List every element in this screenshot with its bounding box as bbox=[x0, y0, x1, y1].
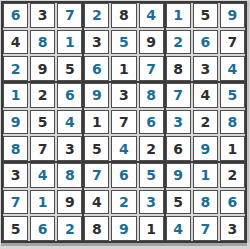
sudoku-cell-r8c8[interactable]: 8 bbox=[193, 190, 218, 215]
sudoku-cell-r9c9[interactable]: 3 bbox=[220, 216, 245, 241]
sudoku-cell-r8c2[interactable]: 1 bbox=[30, 190, 55, 215]
sudoku-box: 126954873 bbox=[3, 83, 82, 161]
sudoku-cell-r3c7[interactable]: 8 bbox=[166, 56, 191, 81]
sudoku-cell-r9c3[interactable]: 2 bbox=[57, 216, 82, 241]
sudoku-cell-r2c8[interactable]: 6 bbox=[193, 30, 218, 55]
sudoku-cell-r2c4[interactable]: 3 bbox=[84, 30, 109, 55]
sudoku-cell-r7c2[interactable]: 4 bbox=[30, 163, 55, 188]
sudoku-box: 637481295 bbox=[3, 3, 82, 81]
sudoku-cell-r7c9[interactable]: 2 bbox=[220, 163, 245, 188]
sudoku-cell-r8c6[interactable]: 3 bbox=[139, 190, 164, 215]
sudoku-cell-r3c9[interactable]: 4 bbox=[220, 56, 245, 81]
sudoku-cell-r7c6[interactable]: 5 bbox=[139, 163, 164, 188]
sudoku-cell-r9c4[interactable]: 8 bbox=[84, 216, 109, 241]
sudoku-cell-r7c3[interactable]: 8 bbox=[57, 163, 82, 188]
sudoku-cell-r3c8[interactable]: 3 bbox=[193, 56, 218, 81]
sudoku-cell-r9c2[interactable]: 6 bbox=[30, 216, 55, 241]
sudoku-cell-r6c8[interactable]: 9 bbox=[193, 136, 218, 161]
sudoku-box: 765423891 bbox=[84, 163, 163, 241]
sudoku-cell-r3c2[interactable]: 9 bbox=[30, 56, 55, 81]
sudoku-cell-r8c1[interactable]: 7 bbox=[3, 190, 28, 215]
sudoku-cell-r3c3[interactable]: 5 bbox=[57, 56, 82, 81]
sudoku-cell-r6c7[interactable]: 6 bbox=[166, 136, 191, 161]
sudoku-cell-r1c3[interactable]: 7 bbox=[57, 3, 82, 28]
sudoku-cell-r2c3[interactable]: 1 bbox=[57, 30, 82, 55]
sudoku-cell-r6c5[interactable]: 4 bbox=[111, 136, 136, 161]
sudoku-cell-r1c4[interactable]: 2 bbox=[84, 3, 109, 28]
sudoku-cell-r2c6[interactable]: 9 bbox=[139, 30, 164, 55]
sudoku-box: 938176542 bbox=[84, 83, 163, 161]
sudoku-cell-r8c7[interactable]: 5 bbox=[166, 190, 191, 215]
sudoku-cell-r2c5[interactable]: 5 bbox=[111, 30, 136, 55]
sudoku-cell-r8c3[interactable]: 9 bbox=[57, 190, 82, 215]
sudoku-cell-r6c4[interactable]: 5 bbox=[84, 136, 109, 161]
sudoku-board: 6374812952843596171592678341269548739381… bbox=[1, 1, 247, 243]
sudoku-box: 284359617 bbox=[84, 3, 163, 81]
sudoku-cell-r6c9[interactable]: 1 bbox=[220, 136, 245, 161]
sudoku-cell-r5c9[interactable]: 8 bbox=[220, 110, 245, 135]
sudoku-cell-r8c9[interactable]: 6 bbox=[220, 190, 245, 215]
sudoku-cell-r5c6[interactable]: 6 bbox=[139, 110, 164, 135]
sudoku-cell-r6c6[interactable]: 2 bbox=[139, 136, 164, 161]
sudoku-cell-r7c7[interactable]: 9 bbox=[166, 163, 191, 188]
sudoku-cell-r9c7[interactable]: 4 bbox=[166, 216, 191, 241]
sudoku-cell-r1c5[interactable]: 8 bbox=[111, 3, 136, 28]
sudoku-cell-r5c5[interactable]: 7 bbox=[111, 110, 136, 135]
sudoku-cell-r2c1[interactable]: 4 bbox=[3, 30, 28, 55]
sudoku-cell-r5c3[interactable]: 4 bbox=[57, 110, 82, 135]
sudoku-cell-r4c7[interactable]: 7 bbox=[166, 83, 191, 108]
sudoku-box: 348719562 bbox=[3, 163, 82, 241]
sudoku-cell-r3c4[interactable]: 6 bbox=[84, 56, 109, 81]
sudoku-cell-r4c4[interactable]: 9 bbox=[84, 83, 109, 108]
sudoku-cell-r7c4[interactable]: 7 bbox=[84, 163, 109, 188]
sudoku-cell-r5c7[interactable]: 3 bbox=[166, 110, 191, 135]
sudoku-cell-r6c1[interactable]: 8 bbox=[3, 136, 28, 161]
sudoku-cell-r4c3[interactable]: 6 bbox=[57, 83, 82, 108]
sudoku-cell-r9c5[interactable]: 9 bbox=[111, 216, 136, 241]
sudoku-cell-r8c4[interactable]: 4 bbox=[84, 190, 109, 215]
sudoku-cell-r6c3[interactable]: 3 bbox=[57, 136, 82, 161]
sudoku-cell-r1c7[interactable]: 1 bbox=[166, 3, 191, 28]
sudoku-cell-r4c9[interactable]: 5 bbox=[220, 83, 245, 108]
sudoku-cell-r2c2[interactable]: 8 bbox=[30, 30, 55, 55]
sudoku-cell-r3c5[interactable]: 1 bbox=[111, 56, 136, 81]
sudoku-cell-r3c6[interactable]: 7 bbox=[139, 56, 164, 81]
sudoku-cell-r4c5[interactable]: 3 bbox=[111, 83, 136, 108]
sudoku-cell-r3c1[interactable]: 2 bbox=[3, 56, 28, 81]
sudoku-cell-r7c8[interactable]: 1 bbox=[193, 163, 218, 188]
sudoku-cell-r6c2[interactable]: 7 bbox=[30, 136, 55, 161]
sudoku-box: 912586473 bbox=[166, 163, 245, 241]
sudoku-cell-r1c1[interactable]: 6 bbox=[3, 3, 28, 28]
sudoku-cell-r1c8[interactable]: 5 bbox=[193, 3, 218, 28]
sudoku-cell-r5c1[interactable]: 9 bbox=[3, 110, 28, 135]
sudoku-cell-r2c7[interactable]: 2 bbox=[166, 30, 191, 55]
sudoku-cell-r8c5[interactable]: 2 bbox=[111, 190, 136, 215]
sudoku-cell-r4c6[interactable]: 8 bbox=[139, 83, 164, 108]
sudoku-cell-r1c6[interactable]: 4 bbox=[139, 3, 164, 28]
sudoku-cell-r1c9[interactable]: 9 bbox=[220, 3, 245, 28]
sudoku-cell-r9c1[interactable]: 5 bbox=[3, 216, 28, 241]
sudoku-cell-r4c8[interactable]: 4 bbox=[193, 83, 218, 108]
sudoku-cell-r7c5[interactable]: 6 bbox=[111, 163, 136, 188]
sudoku-cell-r4c1[interactable]: 1 bbox=[3, 83, 28, 108]
sudoku-box: 745328691 bbox=[166, 83, 245, 161]
sudoku-cell-r7c1[interactable]: 3 bbox=[3, 163, 28, 188]
sudoku-cell-r5c8[interactable]: 2 bbox=[193, 110, 218, 135]
sudoku-cell-r9c6[interactable]: 1 bbox=[139, 216, 164, 241]
sudoku-cell-r9c8[interactable]: 7 bbox=[193, 216, 218, 241]
sudoku-cell-r1c2[interactable]: 3 bbox=[30, 3, 55, 28]
sudoku-cell-r5c2[interactable]: 5 bbox=[30, 110, 55, 135]
sudoku-box: 159267834 bbox=[166, 3, 245, 81]
sudoku-cell-r5c4[interactable]: 1 bbox=[84, 110, 109, 135]
sudoku-cell-r4c2[interactable]: 2 bbox=[30, 83, 55, 108]
sudoku-cell-r2c9[interactable]: 7 bbox=[220, 30, 245, 55]
